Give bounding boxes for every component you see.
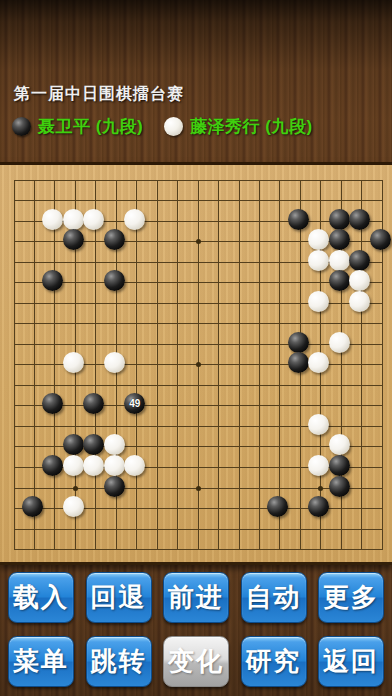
stone-white <box>83 209 104 230</box>
forward-button[interactable]: 前进 <box>163 572 229 623</box>
stone-white <box>124 209 145 230</box>
grid-line-vertical <box>259 180 260 550</box>
stone-white <box>124 455 145 476</box>
stone-black <box>288 352 309 373</box>
match-title: 第一届中日围棋擂台赛 <box>14 84 184 105</box>
stone-black <box>22 496 43 517</box>
load-button[interactable]: 载入 <box>8 572 74 623</box>
grid-line-vertical <box>279 180 280 550</box>
grid-line-horizontal <box>14 405 383 406</box>
stone-black <box>288 332 309 353</box>
menu-button[interactable]: 菜单 <box>8 636 74 687</box>
star-point <box>196 239 201 244</box>
stone-white <box>329 332 350 353</box>
stone-black <box>329 455 350 476</box>
stone-black <box>329 229 350 250</box>
stone-black <box>42 393 63 414</box>
stone-black <box>370 229 391 250</box>
black-stone-icon <box>12 117 31 136</box>
grid-line-vertical <box>239 180 240 550</box>
stone-black <box>63 434 84 455</box>
stone-black <box>329 270 350 291</box>
black-player-name: 聂卫平 (九段) <box>38 115 143 138</box>
go-app-screen: 第一届中日围棋擂台赛 聂卫平 (九段) 藤泽秀行 (九段) 49 载入回退前进自… <box>0 0 392 696</box>
star-point <box>196 362 201 367</box>
grid-line-vertical <box>361 180 362 550</box>
stone-white <box>349 270 370 291</box>
variation-button[interactable]: 变化 <box>163 636 229 687</box>
undo-button[interactable]: 回退 <box>86 572 152 623</box>
white-player-name: 藤泽秀行 (九段) <box>190 115 313 138</box>
stone-white <box>308 352 329 373</box>
players-bar: 聂卫平 (九段) 藤泽秀行 (九段) <box>12 113 327 139</box>
star-point <box>318 486 323 491</box>
star-point <box>196 486 201 491</box>
stone-white <box>308 414 329 435</box>
stone-white <box>104 434 125 455</box>
auto-button[interactable]: 自动 <box>241 572 307 623</box>
stone-white <box>83 455 104 476</box>
stone-white <box>104 455 125 476</box>
toolbar-row-2: 菜单跳转变化研究返回 <box>0 636 392 687</box>
jump-button[interactable]: 跳转 <box>86 636 152 687</box>
stone-black <box>288 209 309 230</box>
stone-black: 49 <box>124 393 145 414</box>
stone-white <box>349 291 370 312</box>
stone-black <box>104 476 125 497</box>
stone-white <box>308 291 329 312</box>
white-stone-icon <box>164 117 183 136</box>
grid-line-vertical <box>218 180 219 550</box>
toolbar-row-1: 载入回退前进自动更多 <box>0 572 392 623</box>
stone-white <box>63 352 84 373</box>
stone-white <box>308 455 329 476</box>
stone-black <box>349 250 370 271</box>
stone-black <box>308 496 329 517</box>
grid-line-horizontal <box>14 549 383 550</box>
grid-line-horizontal <box>14 529 383 530</box>
stone-black <box>329 209 350 230</box>
more-button[interactable]: 更多 <box>318 572 384 623</box>
stone-black <box>104 270 125 291</box>
stone-black <box>83 393 104 414</box>
star-point <box>73 486 78 491</box>
go-board[interactable]: 49 <box>0 162 392 565</box>
stone-black <box>42 455 63 476</box>
stone-white <box>42 209 63 230</box>
stone-black <box>42 270 63 291</box>
stone-white <box>104 352 125 373</box>
grid-line-horizontal <box>14 385 383 386</box>
stone-white <box>63 496 84 517</box>
study-button[interactable]: 研究 <box>241 636 307 687</box>
stone-black <box>104 229 125 250</box>
stone-black <box>329 476 350 497</box>
stone-white <box>308 250 329 271</box>
stone-white <box>63 209 84 230</box>
back-button[interactable]: 返回 <box>318 636 384 687</box>
stone-black <box>349 209 370 230</box>
stone-black <box>267 496 288 517</box>
stone-white <box>329 250 350 271</box>
stone-white <box>63 455 84 476</box>
stone-white <box>308 229 329 250</box>
stone-black <box>83 434 104 455</box>
stone-white <box>329 434 350 455</box>
move-number-label: 49 <box>129 399 140 409</box>
stone-black <box>63 229 84 250</box>
